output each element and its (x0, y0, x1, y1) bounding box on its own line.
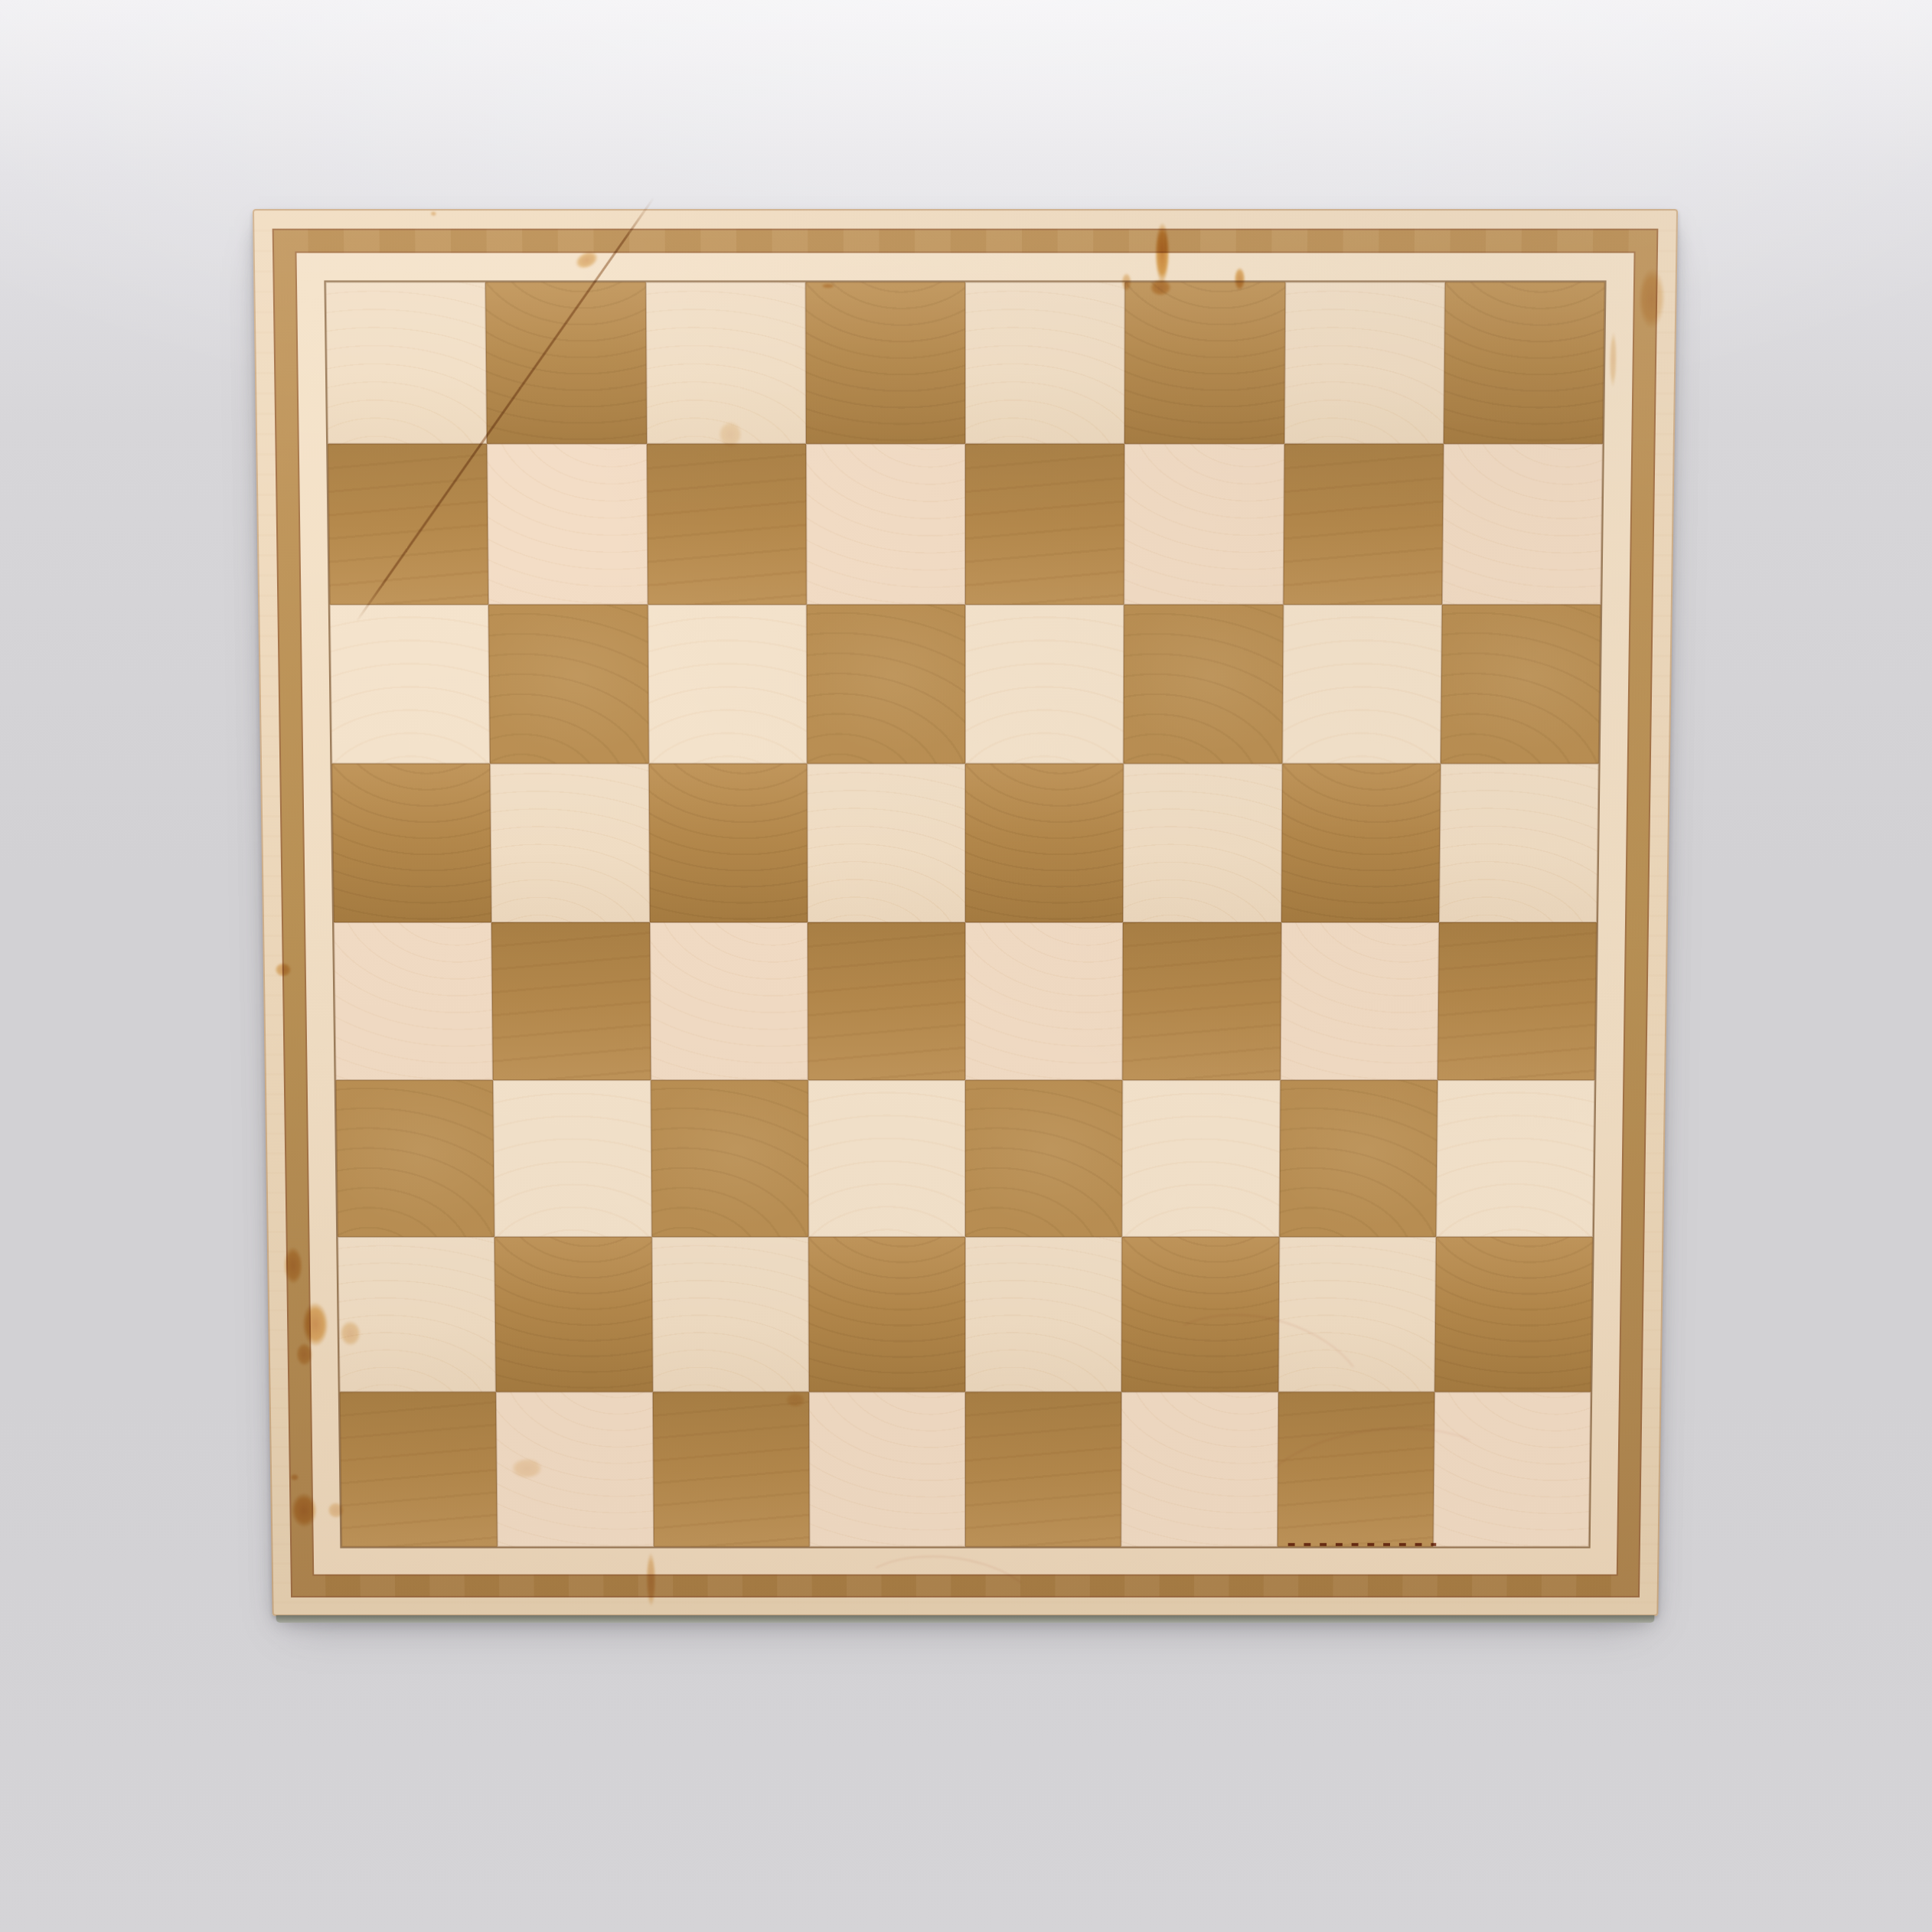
square-d5[interactable] (807, 764, 965, 922)
square-c3[interactable] (651, 1080, 808, 1237)
square-b2[interactable] (494, 1236, 652, 1392)
square-g7[interactable] (1283, 444, 1444, 605)
square-a1[interactable] (340, 1392, 498, 1547)
board-bottom-edge (276, 1615, 1655, 1623)
square-b1[interactable] (496, 1392, 654, 1547)
square-f8[interactable] (1124, 282, 1285, 443)
square-a3[interactable] (336, 1080, 495, 1237)
square-d8[interactable] (805, 282, 965, 443)
square-f4[interactable] (1123, 922, 1281, 1080)
square-b6[interactable] (488, 604, 648, 763)
square-e6[interactable] (965, 604, 1124, 763)
square-d6[interactable] (806, 604, 965, 763)
square-h6[interactable] (1441, 604, 1601, 763)
square-b8[interactable] (485, 282, 646, 443)
square-e7[interactable] (965, 444, 1124, 605)
square-g6[interactable] (1282, 604, 1442, 763)
square-g4[interactable] (1280, 922, 1439, 1080)
square-c5[interactable] (648, 764, 808, 922)
square-e3[interactable] (965, 1080, 1123, 1237)
square-g2[interactable] (1278, 1236, 1436, 1392)
square-g5[interactable] (1281, 764, 1441, 922)
square-a5[interactable] (331, 764, 491, 922)
square-g1[interactable] (1277, 1392, 1434, 1547)
board-grid (324, 280, 1606, 1548)
square-a7[interactable] (328, 444, 488, 605)
square-h4[interactable] (1438, 922, 1597, 1080)
square-f1[interactable] (1121, 1392, 1278, 1547)
square-a2[interactable] (338, 1236, 496, 1392)
square-b7[interactable] (487, 444, 648, 605)
square-c1[interactable] (652, 1392, 809, 1547)
square-f7[interactable] (1124, 444, 1284, 605)
photo-background (0, 0, 1932, 1932)
square-d4[interactable] (808, 922, 965, 1080)
square-b4[interactable] (491, 922, 651, 1080)
square-h3[interactable] (1436, 1080, 1595, 1237)
square-a8[interactable] (325, 282, 487, 443)
chess-board (253, 209, 1678, 1616)
square-b5[interactable] (490, 764, 649, 922)
square-g3[interactable] (1279, 1080, 1438, 1237)
square-d3[interactable] (808, 1080, 965, 1237)
square-f2[interactable] (1121, 1236, 1279, 1392)
square-e2[interactable] (965, 1236, 1122, 1392)
square-f3[interactable] (1122, 1080, 1280, 1237)
square-e5[interactable] (965, 764, 1124, 922)
square-h5[interactable] (1439, 764, 1599, 922)
square-c8[interactable] (645, 282, 806, 443)
square-e4[interactable] (965, 922, 1123, 1080)
square-e8[interactable] (965, 282, 1125, 443)
square-h8[interactable] (1444, 282, 1605, 443)
square-c2[interactable] (651, 1236, 809, 1392)
square-a4[interactable] (334, 922, 493, 1080)
square-h1[interactable] (1433, 1392, 1591, 1547)
square-c6[interactable] (648, 604, 807, 763)
square-b3[interactable] (493, 1080, 651, 1237)
square-f6[interactable] (1124, 604, 1283, 763)
square-d2[interactable] (808, 1236, 965, 1392)
square-f5[interactable] (1123, 764, 1282, 922)
square-g8[interactable] (1284, 282, 1444, 443)
square-c7[interactable] (647, 444, 807, 605)
square-d7[interactable] (806, 444, 965, 605)
square-a6[interactable] (330, 604, 491, 763)
square-h2[interactable] (1434, 1236, 1593, 1392)
square-d1[interactable] (809, 1392, 965, 1547)
square-h7[interactable] (1442, 444, 1603, 605)
square-c4[interactable] (650, 922, 808, 1080)
square-e1[interactable] (965, 1392, 1121, 1547)
stain-mark (429, 210, 437, 217)
